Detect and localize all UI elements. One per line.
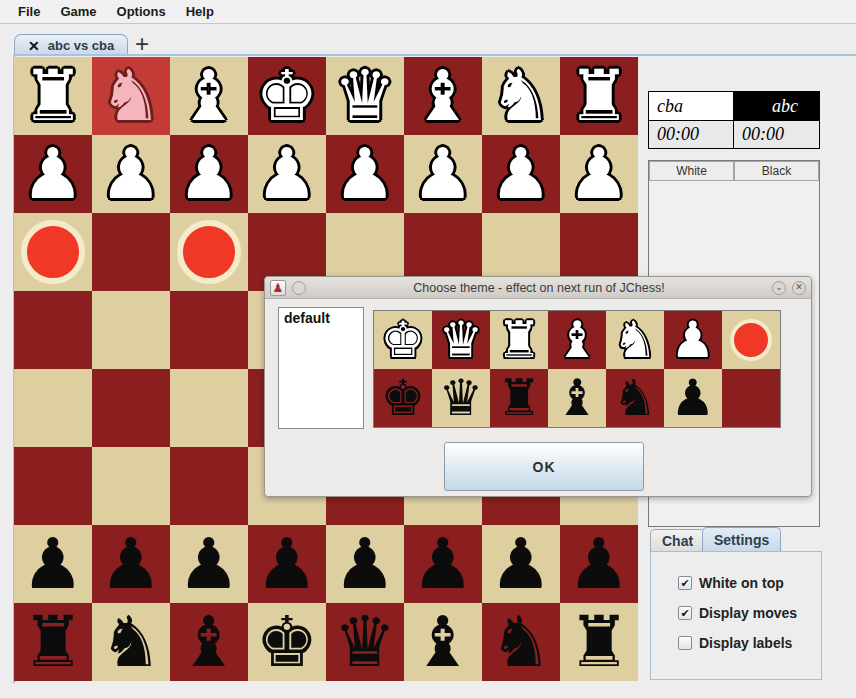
black-pawn-b7[interactable]: ♟ <box>482 525 560 603</box>
preview-black-queen: ♛ <box>432 369 490 427</box>
tab-close-icon[interactable]: ✕ <box>28 39 40 53</box>
black-rook-a8[interactable]: ♜ <box>560 603 638 681</box>
checkbox-white-on-top[interactable]: ✔ <box>678 576 692 590</box>
square-g7[interactable]: ♟ <box>92 525 170 603</box>
black-queen-d8[interactable]: ♛ <box>326 603 404 681</box>
white-pawn-f2[interactable]: ♟ <box>170 135 248 213</box>
preview-square: ♝ <box>548 311 606 369</box>
legal-move-dot-h3[interactable] <box>21 220 85 284</box>
black-pawn-h7[interactable]: ♟ <box>14 525 92 603</box>
white-queen-d1[interactable]: ♛ <box>326 57 404 135</box>
square-h1[interactable]: ♜ <box>14 57 92 135</box>
preview-white-knight: ♞ <box>606 311 664 369</box>
black-pawn-g7[interactable]: ♟ <box>92 525 170 603</box>
checkbox-label-display-labels: Display labels <box>699 635 792 651</box>
square-h5[interactable] <box>14 369 92 447</box>
square-h2[interactable]: ♟ <box>14 135 92 213</box>
theme-list[interactable]: default <box>278 307 364 429</box>
tab-settings[interactable]: Settings <box>702 527 781 552</box>
preview-black-bishop: ♝ <box>548 369 606 427</box>
white-clock-time: 00:00 <box>649 120 734 148</box>
choose-theme-dialog: ♟ Choose theme - effect on next run of J… <box>264 276 812 497</box>
ok-button[interactable]: OK <box>444 442 644 491</box>
white-bishop-c1[interactable]: ♝ <box>404 57 482 135</box>
white-rook-a1[interactable]: ♜ <box>560 57 638 135</box>
square-g4[interactable] <box>92 291 170 369</box>
square-h4[interactable] <box>14 291 92 369</box>
jchess-app-icon: ♟ <box>270 280 286 296</box>
black-pawn-e7[interactable]: ♟ <box>248 525 326 603</box>
preview-square: ♜ <box>490 369 548 427</box>
square-e1[interactable]: ♚ <box>248 57 326 135</box>
square-a1[interactable]: ♜ <box>560 57 638 135</box>
game-clock: cba abc 00:00 00:00 <box>648 91 820 149</box>
square-g6[interactable] <box>92 447 170 525</box>
preview-black-knight: ♞ <box>606 369 664 427</box>
preview-white-bishop: ♝ <box>548 311 606 369</box>
preview-square: ♞ <box>606 369 664 427</box>
preview-white-queen: ♛ <box>432 311 490 369</box>
square-e7[interactable]: ♟ <box>248 525 326 603</box>
checkbox-display-labels[interactable] <box>678 636 692 650</box>
dialog-titlebar[interactable]: ♟ Choose theme - effect on next run of J… <box>265 277 811 299</box>
preview-square: ♟ <box>664 311 722 369</box>
menu-bar: FileGameOptionsHelp <box>0 0 856 24</box>
preview-move-dot <box>730 319 772 361</box>
theme-list-item-default[interactable]: default <box>279 308 363 328</box>
black-pawn-c7[interactable]: ♟ <box>404 525 482 603</box>
checkbox-label-display-moves: Display moves <box>699 605 797 621</box>
white-knight-b1[interactable]: ♞ <box>482 57 560 135</box>
checkbox-label-white-on-top: White on top <box>699 575 784 591</box>
dialog-close-icon[interactable]: ✕ <box>792 281 806 295</box>
square-a8[interactable]: ♜ <box>560 603 638 681</box>
white-player-name: cba <box>649 92 734 120</box>
preview-square: ♟ <box>664 369 722 427</box>
preview-square: ♜ <box>490 311 548 369</box>
dialog-shade-button[interactable] <box>292 281 306 295</box>
tab-chat[interactable]: Chat <box>650 529 705 552</box>
square-h6[interactable] <box>14 447 92 525</box>
menu-item-options[interactable]: Options <box>107 4 176 19</box>
square-f2[interactable]: ♟ <box>170 135 248 213</box>
white-pawn-a2[interactable]: ♟ <box>560 135 638 213</box>
theme-preview: ♚♛♜♝♞♟♚♛♜♝♞♟ <box>374 311 780 427</box>
preview-square <box>722 311 780 369</box>
checkbox-display-moves[interactable]: ✔ <box>678 606 692 620</box>
square-f5[interactable] <box>170 369 248 447</box>
white-rook-h1[interactable]: ♜ <box>14 57 92 135</box>
black-player-name: abc <box>734 92 819 120</box>
white-knight-g1[interactable]: ♞ <box>92 57 170 135</box>
preview-white-pawn: ♟ <box>664 311 722 369</box>
legal-move-dot-f3[interactable] <box>177 220 241 284</box>
white-pawn-g2[interactable]: ♟ <box>92 135 170 213</box>
square-a7[interactable]: ♟ <box>560 525 638 603</box>
preview-square: ♚ <box>374 369 432 427</box>
preview-white-king: ♚ <box>374 311 432 369</box>
white-bishop-f1[interactable]: ♝ <box>170 57 248 135</box>
square-e2[interactable]: ♟ <box>248 135 326 213</box>
square-f7[interactable]: ♟ <box>170 525 248 603</box>
square-c8[interactable]: ♝ <box>404 603 482 681</box>
white-king-e1[interactable]: ♚ <box>248 57 326 135</box>
square-b7[interactable]: ♟ <box>482 525 560 603</box>
preview-square <box>722 369 780 427</box>
moves-column-black: Black <box>734 161 819 181</box>
square-f4[interactable] <box>170 291 248 369</box>
square-d8[interactable]: ♛ <box>326 603 404 681</box>
tab-label: abc vs cba <box>48 38 115 53</box>
square-f8[interactable]: ♝ <box>170 603 248 681</box>
square-e8[interactable]: ♚ <box>248 603 326 681</box>
square-h7[interactable]: ♟ <box>14 525 92 603</box>
square-b1[interactable]: ♞ <box>482 57 560 135</box>
black-rook-h8[interactable]: ♜ <box>14 603 92 681</box>
square-g5[interactable] <box>92 369 170 447</box>
preview-square: ♛ <box>432 311 490 369</box>
square-g2[interactable]: ♟ <box>92 135 170 213</box>
preview-square: ♛ <box>432 369 490 427</box>
black-pawn-d7[interactable]: ♟ <box>326 525 404 603</box>
white-pawn-e2[interactable]: ♟ <box>248 135 326 213</box>
dialog-title: Choose theme - effect on next run of JCh… <box>312 281 766 295</box>
square-d1[interactable]: ♛ <box>326 57 404 135</box>
white-pawn-b2[interactable]: ♟ <box>482 135 560 213</box>
preview-black-pawn: ♟ <box>664 369 722 427</box>
black-bishop-c8[interactable]: ♝ <box>404 603 482 681</box>
preview-black-rook: ♜ <box>490 369 548 427</box>
white-pawn-d2[interactable]: ♟ <box>326 135 404 213</box>
square-c2[interactable]: ♟ <box>404 135 482 213</box>
preview-square: ♞ <box>606 311 664 369</box>
square-c1[interactable]: ♝ <box>404 57 482 135</box>
settings-panel: ✔White on top✔Display movesDisplay label… <box>650 551 822 680</box>
moves-column-white: White <box>649 161 734 181</box>
square-h3[interactable] <box>14 213 92 291</box>
square-g1[interactable]: ♞ <box>92 57 170 135</box>
preview-white-rook: ♜ <box>490 311 548 369</box>
black-pawn-f7[interactable]: ♟ <box>170 525 248 603</box>
square-d2[interactable]: ♟ <box>326 135 404 213</box>
square-f3[interactable] <box>170 213 248 291</box>
black-knight-g8[interactable]: ♞ <box>92 603 170 681</box>
square-g8[interactable]: ♞ <box>92 603 170 681</box>
preview-black-king: ♚ <box>374 369 432 427</box>
white-pawn-c2[interactable]: ♟ <box>404 135 482 213</box>
white-pawn-h2[interactable]: ♟ <box>14 135 92 213</box>
menu-item-help[interactable]: Help <box>176 4 224 19</box>
menu-item-game[interactable]: Game <box>50 4 106 19</box>
menu-item-file[interactable]: File <box>8 4 50 19</box>
preview-square: ♝ <box>548 369 606 427</box>
preview-square: ♚ <box>374 311 432 369</box>
dialog-rollup-icon[interactable]: ⌄ <box>772 281 786 295</box>
square-f6[interactable] <box>170 447 248 525</box>
black-knight-b8[interactable]: ♞ <box>482 603 560 681</box>
square-h8[interactable]: ♜ <box>14 603 92 681</box>
black-king-e8[interactable]: ♚ <box>248 603 326 681</box>
black-clock-time: 00:00 <box>734 120 819 148</box>
square-g3[interactable] <box>92 213 170 291</box>
square-b2[interactable]: ♟ <box>482 135 560 213</box>
new-tab-button[interactable]: + <box>131 33 153 55</box>
black-pawn-a7[interactable]: ♟ <box>560 525 638 603</box>
black-bishop-f8[interactable]: ♝ <box>170 603 248 681</box>
square-b8[interactable]: ♞ <box>482 603 560 681</box>
tab-abc-vs-cba[interactable]: ✕ abc vs cba <box>14 34 128 56</box>
square-d7[interactable]: ♟ <box>326 525 404 603</box>
square-a2[interactable]: ♟ <box>560 135 638 213</box>
square-f1[interactable]: ♝ <box>170 57 248 135</box>
square-c7[interactable]: ♟ <box>404 525 482 603</box>
